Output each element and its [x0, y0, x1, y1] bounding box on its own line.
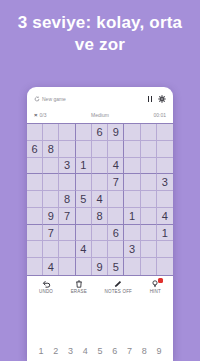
sudoku-cell-r9c5[interactable]: 9	[92, 258, 108, 275]
sudoku-cell-r2c1[interactable]: 6	[27, 141, 43, 158]
lightbulb-icon	[151, 280, 159, 288]
new-game-button[interactable]: New game	[34, 96, 66, 102]
pause-button[interactable]	[148, 96, 153, 102]
sudoku-cell-r8c3[interactable]	[59, 241, 75, 258]
sudoku-cell-r1c7[interactable]	[124, 124, 140, 141]
numpad-8[interactable]: 8	[139, 346, 149, 356]
sudoku-cell-r6c7[interactable]: 1	[124, 208, 140, 225]
sudoku-cell-r4c7[interactable]	[124, 174, 140, 191]
sudoku-cell-r6c9[interactable]: 4	[157, 208, 173, 225]
sudoku-cell-r3c1[interactable]	[27, 158, 43, 175]
numpad-1[interactable]: 1	[36, 346, 46, 356]
settings-gear-icon[interactable]	[158, 95, 166, 103]
sudoku-cell-r3c8[interactable]	[141, 158, 157, 175]
notes-toggle-button[interactable]: NOTES OFF	[105, 280, 133, 307]
sudoku-cell-r4c2[interactable]	[43, 174, 59, 191]
sudoku-cell-r9c4[interactable]	[76, 258, 92, 275]
numpad-7[interactable]: 7	[125, 346, 135, 356]
sudoku-cell-r9c3[interactable]	[59, 258, 75, 275]
sudoku-cell-r1c9[interactable]	[157, 124, 173, 141]
sudoku-cell-r9c2[interactable]: 4	[43, 258, 59, 275]
sudoku-cell-r6c6[interactable]	[108, 208, 124, 225]
sudoku-cell-r8c2[interactable]	[43, 241, 59, 258]
sudoku-cell-r4c1[interactable]	[27, 174, 43, 191]
sudoku-cell-r2c4[interactable]	[76, 141, 92, 158]
sudoku-cell-r2c3[interactable]	[59, 141, 75, 158]
mistakes-counter: × 0/3	[34, 112, 46, 118]
sudoku-cell-r4c4[interactable]	[76, 174, 92, 191]
sudoku-cell-r8c6[interactable]	[108, 241, 124, 258]
sudoku-cell-r7c5[interactable]	[92, 225, 108, 242]
sudoku-cell-r4c5[interactable]	[92, 174, 108, 191]
sudoku-cell-r1c1[interactable]	[27, 124, 43, 141]
mistakes-x-icon: ×	[34, 112, 38, 118]
sudoku-cell-r5c1[interactable]	[27, 191, 43, 208]
sudoku-cell-r3c6[interactable]: 4	[108, 158, 124, 175]
sudoku-cell-r9c1[interactable]	[27, 258, 43, 275]
sudoku-cell-r9c7[interactable]	[124, 258, 140, 275]
sudoku-cell-r6c1[interactable]	[27, 208, 43, 225]
sudoku-cell-r8c9[interactable]	[157, 241, 173, 258]
sudoku-cell-r5c7[interactable]	[124, 191, 140, 208]
numpad-9[interactable]: 9	[154, 346, 164, 356]
sudoku-cell-r5c9[interactable]	[157, 191, 173, 208]
promo-heading: 3 seviye: kolay, orta ve zor	[0, 0, 200, 56]
sudoku-cell-r6c5[interactable]: 8	[92, 208, 108, 225]
refresh-icon	[34, 96, 40, 102]
erase-label: ERASE	[71, 289, 87, 294]
erase-button[interactable]: ERASE	[71, 280, 87, 307]
numpad-2[interactable]: 2	[51, 346, 61, 356]
sudoku-cell-r5c2[interactable]	[43, 191, 59, 208]
undo-label: UNDO	[39, 289, 53, 294]
sudoku-cell-r4c6[interactable]: 7	[108, 174, 124, 191]
sudoku-cell-r8c7[interactable]: 3	[124, 241, 140, 258]
sudoku-app-card: New game × 0/3 Medium 00:01 696831473854…	[27, 87, 173, 361]
sudoku-cell-r3c5[interactable]	[92, 158, 108, 175]
sudoku-cell-r2c6[interactable]	[108, 141, 124, 158]
sudoku-cell-r1c3[interactable]	[59, 124, 75, 141]
difficulty-label: Medium	[91, 112, 109, 118]
sudoku-cell-r3c9[interactable]	[157, 158, 173, 175]
sudoku-cell-r4c3[interactable]	[59, 174, 75, 191]
sudoku-cell-r7c2[interactable]: 7	[43, 225, 59, 242]
sudoku-cell-r2c7[interactable]	[124, 141, 140, 158]
sudoku-cell-r3c3[interactable]: 3	[59, 158, 75, 175]
sudoku-cell-r4c9[interactable]: 3	[157, 174, 173, 191]
timer: 00:01	[153, 112, 166, 118]
sudoku-cell-r9c6[interactable]: 5	[108, 258, 124, 275]
sudoku-cell-r8c4[interactable]: 4	[76, 241, 92, 258]
top-bar: New game	[27, 87, 173, 106]
sudoku-cell-r6c8[interactable]	[141, 208, 157, 225]
status-bar: × 0/3 Medium 00:01	[27, 106, 173, 121]
numpad-6[interactable]: 6	[110, 346, 120, 356]
sudoku-cell-r6c4[interactable]	[76, 208, 92, 225]
sudoku-cell-r8c8[interactable]	[141, 241, 157, 258]
notes-label: NOTES OFF	[105, 289, 133, 294]
hint-label: HINT	[150, 289, 161, 294]
numpad-4[interactable]: 4	[80, 346, 90, 356]
number-pad: 123456789	[27, 346, 173, 356]
sudoku-cell-r1c4[interactable]	[76, 124, 92, 141]
sudoku-cell-r7c7[interactable]	[124, 225, 140, 242]
pencil-icon	[114, 280, 122, 288]
sudoku-cell-r7c1[interactable]	[27, 225, 43, 242]
sudoku-cell-r5c8[interactable]	[141, 191, 157, 208]
sudoku-cell-r8c5[interactable]	[92, 241, 108, 258]
top-bar-actions	[148, 95, 167, 103]
hint-badge	[158, 278, 163, 283]
sudoku-cell-r4c8[interactable]	[141, 174, 157, 191]
toolbar: UNDO ERASE NOTES OFF HINT	[27, 276, 173, 307]
sudoku-cell-r3c4[interactable]: 1	[76, 158, 92, 175]
sudoku-cell-r5c6[interactable]	[108, 191, 124, 208]
sudoku-cell-r1c2[interactable]	[43, 124, 59, 141]
sudoku-cell-r7c4[interactable]	[76, 225, 92, 242]
sudoku-cell-r9c9[interactable]	[157, 258, 173, 275]
sudoku-cell-r7c3[interactable]	[59, 225, 75, 242]
numpad-3[interactable]: 3	[66, 346, 76, 356]
sudoku-cell-r6c2[interactable]: 9	[43, 208, 59, 225]
sudoku-cell-r1c6[interactable]: 9	[108, 124, 124, 141]
sudoku-cell-r1c8[interactable]	[141, 124, 157, 141]
sudoku-cell-r2c8[interactable]	[141, 141, 157, 158]
trash-icon	[75, 280, 83, 288]
sudoku-cell-r2c5[interactable]	[92, 141, 108, 158]
sudoku-cell-r5c3[interactable]: 8	[59, 191, 75, 208]
sudoku-cell-r6c3[interactable]: 7	[59, 208, 75, 225]
sudoku-cell-r1c5[interactable]: 6	[92, 124, 108, 141]
sudoku-cell-r2c9[interactable]	[157, 141, 173, 158]
sudoku-cell-r8c1[interactable]	[27, 241, 43, 258]
sudoku-cell-r7c8[interactable]	[141, 225, 157, 242]
mistakes-count: 0/3	[40, 112, 47, 118]
new-game-label: New game	[42, 96, 66, 102]
sudoku-cell-r7c6[interactable]: 6	[108, 225, 124, 242]
sudoku-cell-r5c4[interactable]: 5	[76, 191, 92, 208]
undo-button[interactable]: UNDO	[39, 280, 53, 307]
sudoku-board: 6968314738549781476143495	[27, 123, 173, 276]
hint-button[interactable]: HINT	[150, 280, 161, 307]
sudoku-cell-r3c2[interactable]	[43, 158, 59, 175]
sudoku-cell-r9c8[interactable]	[141, 258, 157, 275]
undo-icon	[42, 280, 51, 288]
numpad-5[interactable]: 5	[95, 346, 105, 356]
sudoku-cell-r2c2[interactable]: 8	[43, 141, 59, 158]
sudoku-cell-r7c9[interactable]: 1	[157, 225, 173, 242]
sudoku-cell-r5c5[interactable]: 4	[92, 191, 108, 208]
sudoku-cell-r3c7[interactable]	[124, 158, 140, 175]
